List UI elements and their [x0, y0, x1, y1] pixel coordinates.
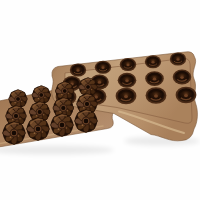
mold-cavity	[116, 88, 137, 105]
molds-illustration	[0, 0, 200, 200]
mold-bump	[32, 86, 51, 105]
mold-cavity	[170, 52, 186, 65]
mold-bump	[55, 82, 74, 101]
mold-bump	[9, 90, 28, 109]
mold-cavity	[145, 55, 161, 68]
mold-bump	[51, 114, 74, 137]
mold-cavity	[173, 70, 192, 85]
mold-cavity	[145, 71, 164, 86]
front-mold-shadow	[0, 146, 114, 155]
mold-cavity	[70, 63, 86, 76]
mold-cavity	[176, 87, 197, 104]
product-photo	[0, 0, 200, 200]
mold-bump	[3, 122, 26, 145]
mold-cavity	[146, 87, 167, 104]
mold-bump	[27, 118, 50, 141]
mold-cavity	[95, 61, 111, 74]
mold-bump	[75, 110, 98, 133]
mold-cavity	[120, 58, 136, 71]
mold-cavity	[118, 73, 137, 88]
